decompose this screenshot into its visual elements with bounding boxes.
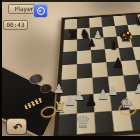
square-a1[interactable]	[58, 113, 77, 135]
background-blur-blob	[88, 0, 140, 14]
square-b5[interactable]	[77, 50, 92, 64]
game-timer: 00:43	[3, 20, 28, 30]
move-sparkle-effect	[130, 36, 132, 38]
timer-value: 00:43	[6, 21, 24, 28]
player-status-icon	[33, 4, 48, 18]
board-perspective-wrapper	[62, 11, 140, 140]
square-c3[interactable]	[92, 77, 109, 94]
move-sparkle-effect	[127, 32, 129, 34]
square-a6[interactable]	[63, 39, 77, 52]
undo-arrow-icon: ↶	[13, 121, 22, 133]
square-c5[interactable]	[91, 49, 106, 63]
square-c2[interactable]	[93, 93, 111, 112]
square-a2[interactable]	[59, 95, 76, 115]
square-c1[interactable]	[94, 111, 114, 133]
square-a3[interactable]	[61, 79, 77, 96]
square-b6[interactable]	[77, 38, 91, 51]
square-b1[interactable]	[77, 112, 96, 134]
player-name-label: Player	[15, 5, 34, 12]
square-b3[interactable]	[77, 78, 93, 95]
square-c6[interactable]	[90, 37, 105, 50]
screen-edge-bar	[0, 0, 140, 2]
square-a4[interactable]	[61, 64, 77, 80]
square-b2[interactable]	[77, 94, 94, 114]
square-f7[interactable]	[128, 24, 140, 35]
square-c4[interactable]	[92, 62, 108, 78]
screen-edge-bar	[0, 136, 140, 140]
game-screen: ♛♜♞♟♚♟♝♟♟♟♟♟♟♟♟♚♜♛ Player 00:43 ↶	[0, 0, 140, 140]
square-e3[interactable]	[123, 74, 140, 91]
king-base-gold-ring	[119, 104, 136, 115]
move-sparkle-effect	[123, 34, 125, 36]
screen-edge-bar	[0, 0, 2, 140]
square-a5[interactable]	[62, 51, 77, 65]
chess-board[interactable]	[53, 11, 140, 140]
undo-button[interactable]: ↶	[6, 118, 27, 135]
background-blur-blob	[14, 30, 60, 74]
square-b4[interactable]	[77, 63, 92, 79]
